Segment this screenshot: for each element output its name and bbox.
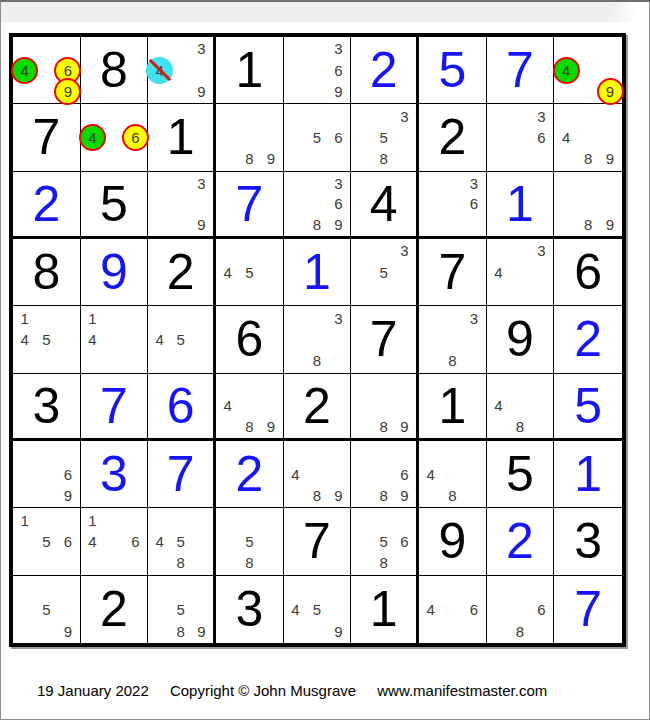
pencil-marks: 38 bbox=[420, 307, 485, 371]
cell-r2c1[interactable]: 7 bbox=[13, 104, 81, 171]
candidate-pos-1: 1 bbox=[82, 509, 104, 530]
given-digit: 4 bbox=[351, 172, 416, 236]
pencil-marks: 49 bbox=[555, 38, 621, 102]
candidate-pos-6: 6 bbox=[57, 531, 79, 552]
pencil-marks: 36 bbox=[420, 173, 485, 235]
candidate-digit: 9 bbox=[606, 151, 614, 166]
candidate-pos-3: 3 bbox=[531, 105, 553, 126]
solved-digit: 2 bbox=[351, 37, 416, 103]
candidate-digit: 5 bbox=[42, 602, 50, 617]
given-digit: 3 bbox=[554, 508, 622, 574]
cell-r8c5[interactable]: 7 bbox=[284, 508, 352, 575]
candidate-pos-8: 8 bbox=[373, 148, 394, 169]
cell-r7c9[interactable]: 1 bbox=[554, 441, 622, 508]
candidate-digit: 3 bbox=[470, 311, 478, 326]
candidate-digit: 9 bbox=[400, 488, 408, 503]
candidate-pos-9: 9 bbox=[191, 81, 212, 102]
cell-r6c1[interactable]: 3 bbox=[13, 374, 81, 441]
cell-r2c2[interactable]: 46 bbox=[81, 104, 149, 171]
candidate-digit: 3 bbox=[537, 109, 545, 124]
candidate-digit: 8 bbox=[245, 419, 253, 434]
candidate-digit: 3 bbox=[197, 176, 205, 191]
candidate-pos-6: 6 bbox=[328, 127, 350, 148]
given-digit: 8 bbox=[13, 239, 80, 305]
candidate-pos-4: 4 bbox=[217, 395, 239, 416]
cell-r1c3[interactable]: 349 bbox=[148, 37, 216, 104]
cell-r9c8[interactable]: 68 bbox=[487, 576, 555, 643]
cell-r1c1[interactable]: 469 bbox=[13, 37, 81, 104]
candidate-digit: 9 bbox=[197, 624, 205, 639]
candidate-digit: 6 bbox=[537, 602, 545, 617]
given-digit: 5 bbox=[487, 441, 554, 507]
window-header-strip bbox=[1, 2, 649, 22]
candidate-digit: 4 bbox=[88, 130, 96, 145]
pencil-marks: 589 bbox=[149, 577, 212, 642]
solved-digit: 2 bbox=[13, 172, 80, 236]
given-digit: 9 bbox=[487, 306, 554, 372]
footer-website-link[interactable]: www.manifestmaster.com bbox=[377, 682, 547, 699]
candidate-pos-9: 9 bbox=[328, 620, 350, 642]
candidate-pos-9: 9 bbox=[328, 485, 350, 506]
candidate-digit: 4 bbox=[494, 398, 502, 413]
candidate-pos-3: 3 bbox=[531, 240, 553, 261]
candidate-pos-8: 8 bbox=[239, 148, 261, 169]
pencil-marks: 56 bbox=[285, 105, 350, 169]
candidate-pos-6: 6 bbox=[531, 127, 553, 148]
footer-date: 19 January 2022 bbox=[37, 682, 149, 699]
cell-r1c9[interactable]: 49 bbox=[554, 37, 622, 104]
cell-r4c5[interactable]: 1 bbox=[284, 239, 352, 306]
cell-r1c2[interactable]: 8 bbox=[81, 37, 149, 104]
cell-r2c5[interactable]: 56 bbox=[284, 104, 352, 171]
footer-copyright: Copyright © John Musgrave bbox=[170, 682, 356, 699]
pencil-marks: 59 bbox=[14, 577, 79, 642]
cell-r7c2[interactable]: 3 bbox=[81, 441, 149, 508]
candidate-digit: 4 bbox=[291, 467, 299, 482]
candidate-digit: 5 bbox=[42, 534, 50, 549]
cell-r5c1[interactable]: 145 bbox=[13, 306, 81, 373]
cell-r9c1[interactable]: 59 bbox=[13, 576, 81, 643]
candidate-pos-8: 8 bbox=[442, 350, 464, 371]
cell-r2c6[interactable]: 358 bbox=[351, 104, 419, 171]
candidate-digit: 6 bbox=[400, 534, 408, 549]
solved-digit: 2 bbox=[487, 508, 554, 574]
solved-digit: 7 bbox=[487, 37, 554, 103]
candidate-digit: 5 bbox=[379, 130, 387, 145]
cell-r8c6[interactable]: 568 bbox=[351, 508, 419, 575]
cell-r8c4[interactable]: 58 bbox=[216, 508, 284, 575]
given-digit: 1 bbox=[148, 104, 213, 170]
candidate-pos-3: 3 bbox=[328, 173, 350, 194]
cell-r3c1[interactable]: 2 bbox=[13, 172, 81, 239]
candidate-pos-5: 5 bbox=[239, 261, 261, 282]
cell-r7c5[interactable]: 489 bbox=[284, 441, 352, 508]
cell-r9c2[interactable]: 2 bbox=[81, 576, 149, 643]
candidate-pos-8: 8 bbox=[509, 416, 531, 437]
solved-digit: 7 bbox=[148, 441, 213, 507]
given-digit: 7 bbox=[284, 508, 351, 574]
candidate-pos-3: 3 bbox=[191, 38, 212, 59]
cell-r3c7[interactable]: 36 bbox=[419, 172, 487, 239]
candidate-digit: 3 bbox=[334, 41, 342, 56]
candidate-digit: 3 bbox=[197, 41, 205, 56]
pencil-marks: 14 bbox=[82, 307, 147, 371]
cell-r6c5[interactable]: 2 bbox=[284, 374, 352, 441]
pencil-marks: 36 bbox=[488, 105, 553, 169]
candidate-digit: 3 bbox=[334, 311, 342, 326]
candidate-digit: 9 bbox=[334, 84, 342, 99]
candidate-digit: 8 bbox=[313, 488, 321, 503]
cell-r4c8[interactable]: 34 bbox=[487, 239, 555, 306]
candidate-digit: 3 bbox=[537, 243, 545, 258]
cell-r1c5[interactable]: 369 bbox=[284, 37, 352, 104]
candidate-digit: 8 bbox=[245, 151, 253, 166]
candidate-digit: 4 bbox=[21, 332, 29, 347]
cell-r3c5[interactable]: 3689 bbox=[284, 172, 352, 239]
solved-digit: 7 bbox=[216, 172, 283, 236]
cell-r8c2[interactable]: 146 bbox=[81, 508, 149, 575]
candidate-pos-5: 5 bbox=[306, 127, 328, 148]
candidate-pos-4: 4 bbox=[82, 127, 104, 148]
given-digit: 2 bbox=[148, 239, 213, 305]
candidate-digit: 8 bbox=[516, 419, 524, 434]
candidate-pos-4: 4 bbox=[149, 329, 170, 350]
sudoku-app-window: 4698349136925749746189563582364892539736… bbox=[0, 0, 650, 720]
candidate-pos-6: 6 bbox=[394, 531, 415, 552]
cell-r7c4[interactable]: 2 bbox=[216, 441, 284, 508]
candidate-digit: 5 bbox=[176, 534, 184, 549]
cell-r1c6[interactable]: 2 bbox=[351, 37, 419, 104]
candidate-pos-9: 9 bbox=[191, 214, 212, 235]
cell-r7c8[interactable]: 5 bbox=[487, 441, 555, 508]
solved-digit: 7 bbox=[81, 374, 148, 438]
cell-r5c9[interactable]: 2 bbox=[554, 306, 622, 373]
candidate-pos-5: 5 bbox=[36, 598, 58, 620]
cell-r9c6[interactable]: 1 bbox=[351, 576, 419, 643]
pencil-marks: 489 bbox=[217, 375, 282, 437]
pencil-marks: 369 bbox=[285, 38, 350, 102]
candidate-pos-8: 8 bbox=[373, 552, 394, 573]
pencil-marks: 156 bbox=[14, 509, 79, 573]
cell-r7c6[interactable]: 689 bbox=[351, 441, 419, 508]
candidate-digit: 8 bbox=[176, 555, 184, 570]
candidate-digit: 9 bbox=[606, 84, 614, 99]
cell-r8c1[interactable]: 156 bbox=[13, 508, 81, 575]
pencil-marks: 34 bbox=[488, 240, 553, 304]
candidate-digit: 9 bbox=[64, 624, 72, 639]
candidate-digit: 6 bbox=[537, 130, 545, 145]
candidate-pos-8: 8 bbox=[577, 214, 599, 235]
cell-r5c3[interactable]: 45 bbox=[148, 306, 216, 373]
pencil-marks: 146 bbox=[82, 509, 147, 573]
cell-r4c1[interactable]: 8 bbox=[13, 239, 81, 306]
cell-r4c4[interactable]: 45 bbox=[216, 239, 284, 306]
candidate-pos-8: 8 bbox=[170, 620, 191, 642]
candidate-digit: 9 bbox=[267, 151, 275, 166]
candidate-pos-3: 3 bbox=[394, 240, 415, 261]
candidate-pos-1: 1 bbox=[14, 509, 36, 530]
cell-r3c3[interactable]: 39 bbox=[148, 172, 216, 239]
given-digit: 3 bbox=[13, 374, 80, 438]
candidate-pos-8: 8 bbox=[306, 350, 328, 371]
cell-r5c4[interactable]: 6 bbox=[216, 306, 284, 373]
pencil-marks: 46 bbox=[420, 577, 485, 642]
cell-r4c2[interactable]: 9 bbox=[81, 239, 149, 306]
pencil-marks: 349 bbox=[149, 38, 212, 102]
cell-r6c9[interactable]: 5 bbox=[554, 374, 622, 441]
candidate-pos-5: 5 bbox=[373, 261, 394, 282]
solved-digit: 5 bbox=[419, 37, 486, 103]
cell-r7c7[interactable]: 48 bbox=[419, 441, 487, 508]
solved-digit: 3 bbox=[81, 441, 148, 507]
candidate-pos-9: 9 bbox=[328, 81, 350, 102]
cell-r3c8[interactable]: 1 bbox=[487, 172, 555, 239]
candidate-digit: 8 bbox=[313, 353, 321, 368]
candidate-digit: 5 bbox=[176, 602, 184, 617]
candidate-pos-1: 1 bbox=[82, 307, 104, 328]
candidate-digit: 6 bbox=[131, 130, 139, 145]
cell-r2c8[interactable]: 36 bbox=[487, 104, 555, 171]
cell-r1c7[interactable]: 5 bbox=[419, 37, 487, 104]
given-digit: 2 bbox=[284, 374, 351, 438]
given-digit: 1 bbox=[216, 37, 283, 103]
candidate-digit: 6 bbox=[400, 467, 408, 482]
candidate-digit: 1 bbox=[88, 513, 96, 528]
given-digit: 8 bbox=[81, 37, 148, 103]
candidate-digit: 9 bbox=[334, 624, 342, 639]
candidate-pos-6: 6 bbox=[57, 463, 79, 484]
candidate-digit: 6 bbox=[334, 63, 342, 78]
pencil-marks: 89 bbox=[555, 173, 621, 235]
pencil-marks: 145 bbox=[14, 307, 79, 371]
candidate-pos-5: 5 bbox=[36, 531, 58, 552]
candidate-pos-4: 4 bbox=[285, 463, 307, 484]
pencil-marks: 489 bbox=[285, 442, 350, 506]
candidate-pos-9: 9 bbox=[394, 485, 415, 506]
candidate-pos-6: 6 bbox=[328, 193, 350, 214]
candidate-pos-8: 8 bbox=[577, 148, 599, 169]
pencil-marks: 568 bbox=[352, 509, 415, 573]
given-digit: 9 bbox=[419, 508, 486, 574]
pencil-marks: 469 bbox=[14, 38, 79, 102]
candidate-digit: 4 bbox=[156, 534, 164, 549]
candidate-pos-5: 5 bbox=[239, 531, 261, 552]
cell-r2c4[interactable]: 89 bbox=[216, 104, 284, 171]
candidate-digit: 3 bbox=[400, 109, 408, 124]
candidate-pos-8: 8 bbox=[170, 552, 191, 573]
cell-r5c8[interactable]: 9 bbox=[487, 306, 555, 373]
candidate-digit: 3 bbox=[470, 176, 478, 191]
candidate-digit: 8 bbox=[176, 624, 184, 639]
candidate-pos-4: 4 bbox=[82, 531, 104, 552]
candidate-digit: 3 bbox=[334, 176, 342, 191]
pencil-marks: 48 bbox=[420, 442, 485, 506]
candidate-digit: 8 bbox=[584, 217, 592, 232]
candidate-pos-8: 8 bbox=[239, 552, 261, 573]
candidate-digit: 4 bbox=[156, 332, 164, 347]
solved-digit: 1 bbox=[284, 239, 351, 305]
cell-r7c1[interactable]: 69 bbox=[13, 441, 81, 508]
candidate-digit: 8 bbox=[313, 217, 321, 232]
candidate-digit: 8 bbox=[379, 488, 387, 503]
given-digit: 2 bbox=[81, 576, 148, 643]
cell-r8c9[interactable]: 3 bbox=[554, 508, 622, 575]
candidate-pos-5: 5 bbox=[306, 598, 328, 620]
solved-digit: 1 bbox=[487, 172, 554, 236]
candidate-pos-4: 4 bbox=[488, 395, 510, 416]
cell-r6c4[interactable]: 489 bbox=[216, 374, 284, 441]
candidate-pos-8: 8 bbox=[306, 214, 328, 235]
candidate-pos-9: 9 bbox=[599, 81, 621, 102]
candidate-pos-5: 5 bbox=[373, 127, 394, 148]
candidate-pos-9: 9 bbox=[57, 81, 79, 102]
pencil-marks: 38 bbox=[285, 307, 350, 371]
cell-r5c5[interactable]: 38 bbox=[284, 306, 352, 373]
sudoku-board: 4698349136925749746189563582364892539736… bbox=[9, 33, 626, 647]
cell-r4c3[interactable]: 2 bbox=[148, 239, 216, 306]
given-digit: 6 bbox=[554, 239, 622, 305]
candidate-pos-5: 5 bbox=[373, 531, 394, 552]
candidate-digit: 5 bbox=[313, 130, 321, 145]
candidate-pos-4: 4 bbox=[420, 463, 442, 484]
cell-r6c3[interactable]: 6 bbox=[148, 374, 216, 441]
candidate-digit: 8 bbox=[516, 624, 524, 639]
cell-r9c3[interactable]: 589 bbox=[148, 576, 216, 643]
candidate-pos-6: 6 bbox=[328, 59, 350, 80]
candidate-pos-8: 8 bbox=[373, 416, 394, 437]
candidate-pos-3: 3 bbox=[394, 105, 415, 126]
cell-r8c3[interactable]: 458 bbox=[148, 508, 216, 575]
pencil-marks: 35 bbox=[352, 240, 415, 304]
cell-r5c6[interactable]: 7 bbox=[351, 306, 419, 373]
given-digit: 1 bbox=[351, 576, 416, 643]
candidate-pos-5: 5 bbox=[36, 329, 58, 350]
cell-r5c2[interactable]: 14 bbox=[81, 306, 149, 373]
candidate-digit: 6 bbox=[334, 130, 342, 145]
given-digit: 7 bbox=[419, 239, 486, 305]
candidate-pos-5: 5 bbox=[170, 329, 191, 350]
candidate-digit: 8 bbox=[448, 353, 456, 368]
candidate-digit: 5 bbox=[313, 602, 321, 617]
cell-r6c8[interactable]: 48 bbox=[487, 374, 555, 441]
candidate-pos-3: 3 bbox=[191, 173, 212, 194]
pencil-marks: 689 bbox=[352, 442, 415, 506]
candidate-pos-6: 6 bbox=[463, 193, 485, 214]
candidate-digit: 9 bbox=[267, 419, 275, 434]
solved-digit: 2 bbox=[216, 441, 283, 507]
candidate-pos-3: 3 bbox=[328, 38, 350, 59]
candidate-pos-1: 1 bbox=[14, 307, 36, 328]
candidate-pos-5: 5 bbox=[170, 598, 191, 620]
candidate-pos-8: 8 bbox=[239, 416, 261, 437]
candidate-pos-4: 4 bbox=[488, 261, 510, 282]
candidate-pos-6: 6 bbox=[125, 531, 147, 552]
candidate-pos-9: 9 bbox=[57, 485, 79, 506]
candidate-digit: 4 bbox=[427, 602, 435, 617]
cell-r2c7[interactable]: 2 bbox=[419, 104, 487, 171]
cell-r8c7[interactable]: 9 bbox=[419, 508, 487, 575]
cell-r5c7[interactable]: 38 bbox=[419, 306, 487, 373]
given-digit: 5 bbox=[81, 172, 148, 236]
cell-r9c7[interactable]: 46 bbox=[419, 576, 487, 643]
candidate-digit: 4 bbox=[562, 63, 570, 78]
pencil-marks: 46 bbox=[82, 105, 147, 169]
candidate-digit: 5 bbox=[42, 332, 50, 347]
candidate-pos-6: 6 bbox=[394, 463, 415, 484]
candidate-pos-9: 9 bbox=[599, 148, 621, 169]
candidate-digit: 6 bbox=[64, 467, 72, 482]
candidate-digit: 6 bbox=[64, 534, 72, 549]
cell-r2c9[interactable]: 489 bbox=[554, 104, 622, 171]
candidate-digit: 9 bbox=[334, 217, 342, 232]
candidate-digit: 4 bbox=[88, 534, 96, 549]
candidate-digit: 6 bbox=[470, 196, 478, 211]
candidate-pos-4: 4 bbox=[285, 598, 307, 620]
candidate-digit: 4 bbox=[224, 265, 232, 280]
pencil-marks: 39 bbox=[149, 173, 212, 235]
cell-r8c8[interactable]: 2 bbox=[487, 508, 555, 575]
pencil-marks: 45 bbox=[217, 240, 282, 304]
cell-r9c4[interactable]: 3 bbox=[216, 576, 284, 643]
cell-r6c6[interactable]: 89 bbox=[351, 374, 419, 441]
solved-digit: 7 bbox=[554, 576, 622, 643]
candidate-digit: 4 bbox=[291, 602, 299, 617]
candidate-digit: 5 bbox=[176, 332, 184, 347]
candidate-digit: 6 bbox=[131, 534, 139, 549]
candidate-pos-4: 4 bbox=[14, 59, 36, 80]
candidate-pos-8: 8 bbox=[442, 485, 464, 506]
given-digit: 1 bbox=[419, 374, 486, 438]
cell-r1c4[interactable]: 1 bbox=[216, 37, 284, 104]
cell-r7c3[interactable]: 7 bbox=[148, 441, 216, 508]
cell-r3c9[interactable]: 89 bbox=[554, 172, 622, 239]
cell-r6c7[interactable]: 1 bbox=[419, 374, 487, 441]
candidate-digit: 4 bbox=[21, 63, 29, 78]
pencil-marks: 3689 bbox=[285, 173, 350, 235]
cell-r4c7[interactable]: 7 bbox=[419, 239, 487, 306]
given-digit: 6 bbox=[216, 306, 283, 372]
candidate-pos-6: 6 bbox=[57, 59, 79, 80]
candidate-pos-4: 4 bbox=[149, 59, 170, 80]
candidate-pos-9: 9 bbox=[260, 148, 282, 169]
candidate-pos-4: 4 bbox=[14, 329, 36, 350]
pencil-marks: 48 bbox=[488, 375, 553, 437]
candidate-pos-4: 4 bbox=[217, 261, 239, 282]
cell-r9c5[interactable]: 459 bbox=[284, 576, 352, 643]
cell-r2c3[interactable]: 1 bbox=[148, 104, 216, 171]
cell-r3c4[interactable]: 7 bbox=[216, 172, 284, 239]
cell-r3c6[interactable]: 4 bbox=[351, 172, 419, 239]
candidate-digit: 3 bbox=[400, 243, 408, 258]
candidate-pos-8: 8 bbox=[509, 620, 531, 642]
candidate-digit: 1 bbox=[88, 311, 96, 326]
cell-r6c2[interactable]: 7 bbox=[81, 374, 149, 441]
given-digit: 3 bbox=[216, 576, 283, 643]
cell-r3c2[interactable]: 5 bbox=[81, 172, 149, 239]
cell-r4c6[interactable]: 35 bbox=[351, 239, 419, 306]
cell-r9c9[interactable]: 7 bbox=[554, 576, 622, 643]
cell-r4c9[interactable]: 6 bbox=[554, 239, 622, 306]
candidate-digit: 9 bbox=[64, 488, 72, 503]
candidate-pos-4: 4 bbox=[82, 329, 104, 350]
given-digit: 7 bbox=[351, 306, 416, 372]
candidate-pos-4: 4 bbox=[555, 127, 577, 148]
candidate-digit: 4 bbox=[494, 265, 502, 280]
candidate-digit: 8 bbox=[245, 555, 253, 570]
candidate-digit: 8 bbox=[379, 151, 387, 166]
cell-r1c8[interactable]: 7 bbox=[487, 37, 555, 104]
pencil-marks: 69 bbox=[14, 442, 79, 506]
